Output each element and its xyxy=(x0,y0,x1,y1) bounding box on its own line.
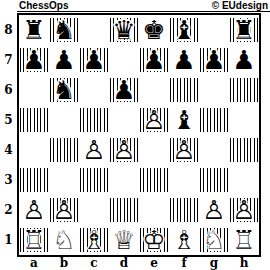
square-e6[interactable] xyxy=(139,75,169,105)
rank-labels: 87654321 xyxy=(0,15,17,255)
white-king[interactable]: ♔ xyxy=(139,225,169,255)
white-pawn[interactable]: ♙ xyxy=(169,135,199,165)
white-pawn[interactable]: ♙ xyxy=(79,135,109,165)
square-f8[interactable]: ♝ xyxy=(169,15,199,45)
rank-label-1: 1 xyxy=(0,225,17,255)
chessops-window: ChessOps © EUdesign 87654321 ♜♞♛♚♝♜♟♟♟♟♟… xyxy=(0,0,270,270)
square-e1[interactable]: ♔ xyxy=(139,225,169,255)
file-label-g: g xyxy=(199,256,229,269)
white-rook[interactable]: ♖ xyxy=(229,225,259,255)
square-h1[interactable]: ♖ xyxy=(229,225,259,255)
square-b6[interactable]: ♞ xyxy=(49,75,79,105)
square-h6[interactable] xyxy=(229,75,259,105)
rank-label-6: 6 xyxy=(0,75,17,105)
square-d4[interactable]: ♙ xyxy=(109,135,139,165)
file-label-a: a xyxy=(19,256,49,269)
square-c4[interactable]: ♙ xyxy=(79,135,109,165)
white-pawn[interactable]: ♙ xyxy=(109,135,139,165)
square-d6[interactable]: ♟ xyxy=(109,75,139,105)
white-queen[interactable]: ♕ xyxy=(109,225,139,255)
square-a2[interactable]: ♙ xyxy=(19,195,49,225)
file-label-f: f xyxy=(169,256,199,269)
white-knight[interactable]: ♘ xyxy=(49,225,79,255)
chess-board: ♜♞♛♚♝♜♟♟♟♟♟♟♟♞♟♙♝♙♙♙♙♙♙♙♖♘♗♕♔♗♘♖ xyxy=(17,13,261,257)
square-c1[interactable]: ♗ xyxy=(79,225,109,255)
file-label-b: b xyxy=(49,256,79,269)
white-knight[interactable]: ♘ xyxy=(199,225,229,255)
black-knight[interactable]: ♞ xyxy=(49,75,79,105)
square-b3[interactable] xyxy=(49,165,79,195)
square-h4[interactable] xyxy=(229,135,259,165)
white-pawn[interactable]: ♙ xyxy=(229,195,259,225)
square-f5[interactable]: ♝ xyxy=(169,105,199,135)
square-b4[interactable] xyxy=(49,135,79,165)
square-e2[interactable] xyxy=(139,195,169,225)
rank-label-8: 8 xyxy=(0,15,17,45)
square-d7[interactable] xyxy=(109,45,139,75)
square-f7[interactable]: ♟ xyxy=(169,45,199,75)
white-pawn[interactable]: ♙ xyxy=(199,195,229,225)
square-g6[interactable] xyxy=(199,75,229,105)
square-b8[interactable]: ♞ xyxy=(49,15,79,45)
black-pawn[interactable]: ♟ xyxy=(169,45,199,75)
square-b1[interactable]: ♘ xyxy=(49,225,79,255)
square-a7[interactable]: ♟ xyxy=(19,45,49,75)
black-knight[interactable]: ♞ xyxy=(49,15,79,45)
square-c5[interactable] xyxy=(79,105,109,135)
black-pawn[interactable]: ♟ xyxy=(49,45,79,75)
square-b5[interactable] xyxy=(49,105,79,135)
square-g8[interactable] xyxy=(199,15,229,45)
square-e7[interactable]: ♟ xyxy=(139,45,169,75)
square-d1[interactable]: ♕ xyxy=(109,225,139,255)
rank-label-4: 4 xyxy=(0,135,17,165)
square-h2[interactable]: ♙ xyxy=(229,195,259,225)
square-a4[interactable] xyxy=(19,135,49,165)
white-pawn[interactable]: ♙ xyxy=(49,195,79,225)
black-bishop[interactable]: ♝ xyxy=(169,105,199,135)
black-rook[interactable]: ♜ xyxy=(19,15,49,45)
rank-label-3: 3 xyxy=(0,165,17,195)
square-g1[interactable]: ♘ xyxy=(199,225,229,255)
square-h3[interactable] xyxy=(229,165,259,195)
square-f2[interactable] xyxy=(169,195,199,225)
square-d3[interactable] xyxy=(109,165,139,195)
square-e8[interactable]: ♚ xyxy=(139,15,169,45)
copyright-notice: © EUdesign xyxy=(212,0,268,11)
file-label-c: c xyxy=(79,256,109,269)
black-pawn[interactable]: ♟ xyxy=(229,45,259,75)
rank-label-2: 2 xyxy=(0,195,17,225)
square-a1[interactable]: ♖ xyxy=(19,225,49,255)
square-c8[interactable] xyxy=(79,15,109,45)
square-a8[interactable]: ♜ xyxy=(19,15,49,45)
black-pawn[interactable]: ♟ xyxy=(109,75,139,105)
rank-label-5: 5 xyxy=(0,105,17,135)
white-bishop[interactable]: ♗ xyxy=(79,225,109,255)
square-f4[interactable]: ♙ xyxy=(169,135,199,165)
square-e4[interactable] xyxy=(139,135,169,165)
square-d2[interactable] xyxy=(109,195,139,225)
file-labels: abcdefgh xyxy=(19,256,259,269)
square-h5[interactable] xyxy=(229,105,259,135)
square-a6[interactable] xyxy=(19,75,49,105)
square-d5[interactable] xyxy=(109,105,139,135)
file-label-e: e xyxy=(139,256,169,269)
black-rook[interactable]: ♜ xyxy=(229,15,259,45)
black-bishop[interactable]: ♝ xyxy=(169,15,199,45)
square-h8[interactable]: ♜ xyxy=(229,15,259,45)
square-b7[interactable]: ♟ xyxy=(49,45,79,75)
square-c6[interactable] xyxy=(79,75,109,105)
square-d8[interactable]: ♛ xyxy=(109,15,139,45)
square-g2[interactable]: ♙ xyxy=(199,195,229,225)
black-pawn[interactable]: ♟ xyxy=(199,45,229,75)
file-label-h: h xyxy=(229,256,259,269)
square-f3[interactable] xyxy=(169,165,199,195)
square-a5[interactable] xyxy=(19,105,49,135)
square-h7[interactable]: ♟ xyxy=(229,45,259,75)
titlebar: ChessOps © EUdesign xyxy=(17,0,270,12)
square-c3[interactable] xyxy=(79,165,109,195)
black-pawn[interactable]: ♟ xyxy=(79,45,109,75)
square-g7[interactable]: ♟ xyxy=(199,45,229,75)
square-f1[interactable]: ♗ xyxy=(169,225,199,255)
square-g5[interactable] xyxy=(199,105,229,135)
square-b2[interactable]: ♙ xyxy=(49,195,79,225)
black-pawn[interactable]: ♟ xyxy=(19,45,49,75)
rank-label-7: 7 xyxy=(0,45,17,75)
black-queen[interactable]: ♛ xyxy=(109,15,139,45)
square-g3[interactable] xyxy=(199,165,229,195)
square-e3[interactable] xyxy=(139,165,169,195)
white-bishop[interactable]: ♗ xyxy=(169,225,199,255)
black-king[interactable]: ♚ xyxy=(139,15,169,45)
square-a3[interactable] xyxy=(19,165,49,195)
app-title: ChessOps xyxy=(19,0,68,11)
square-c7[interactable]: ♟ xyxy=(79,45,109,75)
square-f6[interactable] xyxy=(169,75,199,105)
square-c2[interactable] xyxy=(79,195,109,225)
square-g4[interactable] xyxy=(199,135,229,165)
white-rook[interactable]: ♖ xyxy=(19,225,49,255)
black-pawn[interactable]: ♟ xyxy=(139,45,169,75)
file-label-d: d xyxy=(109,256,139,269)
square-e5[interactable]: ♙ xyxy=(139,105,169,135)
white-pawn[interactable]: ♙ xyxy=(139,105,169,135)
white-pawn[interactable]: ♙ xyxy=(19,195,49,225)
